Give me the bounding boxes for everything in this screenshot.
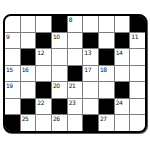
clue-number: 8 [69, 16, 72, 23]
black-cell [52, 99, 67, 115]
white-cell[interactable]: 25 [21, 115, 36, 131]
white-cell[interactable] [5, 16, 20, 32]
black-cell [130, 16, 145, 32]
black-cell [36, 82, 51, 98]
white-cell[interactable]: 12 [36, 49, 51, 65]
white-cell[interactable] [130, 82, 145, 98]
white-cell[interactable] [115, 66, 130, 82]
clue-number: 20 [53, 82, 60, 89]
white-cell[interactable]: 9 [5, 33, 20, 49]
white-cell[interactable] [5, 99, 20, 115]
white-cell[interactable] [83, 99, 98, 115]
white-cell[interactable]: 18 [99, 66, 114, 82]
black-cell [21, 49, 36, 65]
clue-number: 25 [22, 115, 29, 122]
white-cell[interactable]: 20 [52, 82, 67, 98]
clue-number: 10 [53, 33, 60, 40]
black-cell [52, 16, 67, 32]
white-cell[interactable]: 11 [130, 33, 145, 49]
white-cell[interactable] [36, 66, 51, 82]
white-cell[interactable] [130, 99, 145, 115]
black-cell [68, 66, 83, 82]
clue-number: 26 [53, 115, 60, 122]
black-cell [115, 33, 130, 49]
black-cell [5, 115, 20, 131]
clue-number: 15 [6, 66, 13, 73]
white-cell[interactable] [99, 16, 114, 32]
clue-number: 22 [37, 99, 44, 106]
white-cell[interactable]: 14 [115, 49, 130, 65]
white-cell[interactable] [52, 66, 67, 82]
black-cell [21, 99, 36, 115]
white-cell[interactable] [99, 33, 114, 49]
black-cell [36, 33, 51, 49]
white-cell[interactable] [83, 16, 98, 32]
white-cell[interactable] [36, 16, 51, 32]
white-cell[interactable] [21, 82, 36, 98]
clue-number: 24 [116, 99, 123, 106]
white-cell[interactable]: 17 [83, 66, 98, 82]
white-cell[interactable] [115, 16, 130, 32]
white-cell[interactable]: 10 [52, 33, 67, 49]
white-cell[interactable]: 21 [68, 82, 83, 98]
black-cell [83, 115, 98, 131]
clue-number: 13 [84, 49, 91, 56]
white-cell[interactable] [21, 16, 36, 32]
clue-number: 17 [84, 66, 91, 73]
clue-number: 19 [6, 82, 13, 89]
clue-number: 18 [100, 66, 107, 73]
black-cell [99, 99, 114, 115]
white-cell[interactable]: 26 [52, 115, 67, 131]
white-cell[interactable] [68, 49, 83, 65]
white-cell[interactable]: 8 [68, 16, 83, 32]
clue-number: 16 [22, 66, 29, 73]
white-cell[interactable]: 22 [36, 99, 51, 115]
crossword-grid: 89101112131415161718192021222324252627 [3, 14, 147, 133]
white-cell[interactable] [36, 115, 51, 131]
white-cell[interactable] [52, 49, 67, 65]
clue-number: 27 [100, 115, 107, 122]
clue-number: 9 [6, 33, 9, 40]
white-cell[interactable] [68, 33, 83, 49]
white-cell[interactable]: 23 [68, 99, 83, 115]
white-cell[interactable]: 24 [115, 99, 130, 115]
white-cell[interactable] [99, 82, 114, 98]
white-cell[interactable] [115, 115, 130, 131]
white-cell[interactable] [83, 82, 98, 98]
black-cell [115, 82, 130, 98]
white-cell[interactable]: 16 [21, 66, 36, 82]
white-cell[interactable] [130, 49, 145, 65]
white-cell[interactable] [21, 33, 36, 49]
clue-number: 12 [37, 49, 44, 56]
black-cell [99, 49, 114, 65]
white-cell[interactable] [68, 115, 83, 131]
clue-number: 14 [116, 49, 123, 56]
clue-number: 11 [131, 33, 138, 40]
white-cell[interactable]: 13 [83, 49, 98, 65]
white-cell[interactable]: 27 [99, 115, 114, 131]
white-cell[interactable] [130, 115, 145, 131]
white-cell[interactable] [130, 66, 145, 82]
white-cell[interactable] [5, 49, 20, 65]
clue-number: 23 [69, 99, 76, 106]
clue-number: 21 [69, 82, 76, 89]
black-cell [83, 33, 98, 49]
white-cell[interactable]: 15 [5, 66, 20, 82]
white-cell[interactable]: 19 [5, 82, 20, 98]
